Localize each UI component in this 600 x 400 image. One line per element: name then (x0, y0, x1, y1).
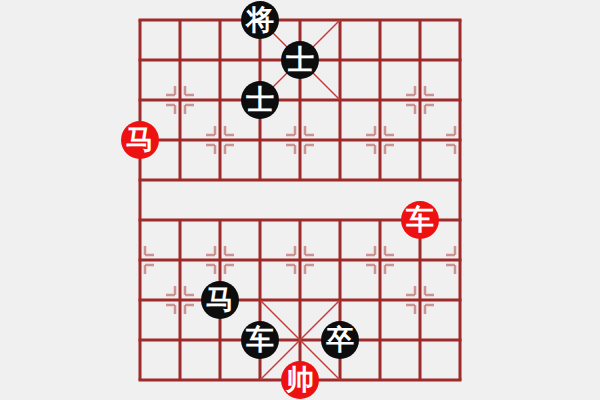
piece-black-advisor-2[interactable]: 士 (241, 81, 279, 119)
piece-red-horse[interactable]: 马 (121, 121, 159, 159)
piece-red-chariot[interactable]: 车 (401, 201, 439, 239)
piece-black-horse[interactable]: 马 (201, 281, 239, 319)
piece-black-general[interactable]: 将 (241, 1, 279, 39)
board-grid[interactable]: 将士士马车马车卒帅 (120, 0, 480, 400)
piece-black-soldier[interactable]: 卒 (321, 321, 359, 359)
piece-red-general[interactable]: 帅 (281, 361, 319, 399)
piece-black-advisor-1[interactable]: 士 (281, 41, 319, 79)
piece-black-chariot[interactable]: 车 (241, 321, 279, 359)
xiangqi-board: 将士士马车马车卒帅 (0, 0, 600, 400)
